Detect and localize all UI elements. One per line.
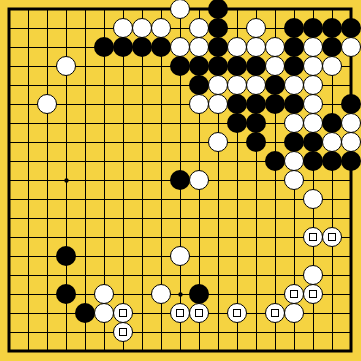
empty-intersection[interactable] [152, 209, 171, 228]
black-stone[interactable] [285, 19, 304, 38]
empty-intersection[interactable] [209, 228, 228, 247]
black-stone[interactable] [190, 285, 209, 304]
empty-intersection[interactable] [171, 323, 190, 342]
white-stone-marked[interactable] [266, 304, 285, 323]
empty-intersection[interactable] [266, 323, 285, 342]
empty-intersection[interactable] [171, 76, 190, 95]
black-stone[interactable] [323, 114, 342, 133]
empty-intersection[interactable] [57, 38, 76, 57]
white-stone[interactable] [304, 76, 323, 95]
white-stone[interactable] [304, 190, 323, 209]
white-stone-marked[interactable] [323, 228, 342, 247]
empty-intersection[interactable] [266, 285, 285, 304]
empty-intersection[interactable] [133, 228, 152, 247]
empty-intersection[interactable] [57, 190, 76, 209]
empty-intersection[interactable] [19, 323, 38, 342]
empty-intersection[interactable] [76, 133, 95, 152]
black-stone[interactable] [323, 19, 342, 38]
empty-intersection[interactable] [152, 152, 171, 171]
empty-intersection[interactable] [76, 323, 95, 342]
empty-intersection[interactable] [247, 304, 266, 323]
empty-intersection[interactable] [285, 209, 304, 228]
empty-intersection[interactable] [247, 323, 266, 342]
empty-intersection[interactable] [114, 152, 133, 171]
empty-intersection[interactable] [114, 247, 133, 266]
empty-intersection[interactable] [38, 19, 57, 38]
empty-intersection[interactable] [285, 228, 304, 247]
empty-intersection[interactable] [95, 57, 114, 76]
empty-intersection[interactable] [228, 342, 247, 361]
empty-intersection[interactable] [19, 114, 38, 133]
empty-intersection[interactable] [19, 76, 38, 95]
empty-intersection[interactable] [133, 95, 152, 114]
empty-intersection[interactable] [209, 266, 228, 285]
white-stone[interactable] [190, 95, 209, 114]
empty-intersection[interactable] [0, 133, 19, 152]
empty-intersection[interactable] [190, 247, 209, 266]
empty-intersection[interactable] [247, 228, 266, 247]
empty-intersection[interactable] [95, 171, 114, 190]
empty-intersection[interactable] [152, 57, 171, 76]
empty-intersection[interactable] [0, 38, 19, 57]
empty-intersection[interactable] [114, 171, 133, 190]
empty-intersection[interactable] [57, 152, 76, 171]
black-stone[interactable] [95, 38, 114, 57]
empty-intersection[interactable] [76, 0, 95, 19]
white-stone[interactable] [304, 57, 323, 76]
empty-intersection[interactable] [95, 133, 114, 152]
black-stone[interactable] [114, 38, 133, 57]
empty-intersection[interactable] [133, 190, 152, 209]
empty-intersection[interactable] [190, 342, 209, 361]
white-stone[interactable] [304, 38, 323, 57]
black-stone[interactable] [304, 133, 323, 152]
empty-intersection[interactable] [228, 323, 247, 342]
empty-intersection[interactable] [266, 133, 285, 152]
empty-intersection[interactable] [76, 247, 95, 266]
empty-intersection[interactable] [285, 190, 304, 209]
empty-intersection[interactable] [76, 114, 95, 133]
empty-intersection[interactable] [266, 266, 285, 285]
empty-intersection[interactable] [19, 266, 38, 285]
empty-intersection[interactable] [190, 266, 209, 285]
black-stone[interactable] [133, 38, 152, 57]
black-stone[interactable] [190, 57, 209, 76]
empty-intersection[interactable] [152, 304, 171, 323]
empty-intersection[interactable] [304, 0, 323, 19]
empty-intersection[interactable] [38, 304, 57, 323]
empty-intersection[interactable] [285, 323, 304, 342]
empty-intersection[interactable] [57, 114, 76, 133]
empty-intersection[interactable] [76, 190, 95, 209]
empty-intersection[interactable] [247, 247, 266, 266]
empty-intersection[interactable] [95, 190, 114, 209]
empty-intersection[interactable] [209, 171, 228, 190]
empty-intersection[interactable] [323, 285, 342, 304]
empty-intersection[interactable] [38, 285, 57, 304]
empty-intersection[interactable] [95, 0, 114, 19]
white-stone[interactable] [228, 76, 247, 95]
white-stone[interactable] [209, 133, 228, 152]
empty-intersection[interactable] [209, 323, 228, 342]
empty-intersection[interactable] [95, 152, 114, 171]
empty-intersection[interactable] [57, 171, 76, 190]
empty-intersection[interactable] [19, 304, 38, 323]
empty-intersection[interactable] [152, 114, 171, 133]
empty-intersection[interactable] [38, 228, 57, 247]
empty-intersection[interactable] [19, 190, 38, 209]
empty-intersection[interactable] [95, 228, 114, 247]
empty-intersection[interactable] [38, 247, 57, 266]
empty-intersection[interactable] [152, 95, 171, 114]
empty-intersection[interactable] [171, 228, 190, 247]
empty-intersection[interactable] [133, 133, 152, 152]
white-stone[interactable] [190, 171, 209, 190]
empty-intersection[interactable] [342, 323, 361, 342]
empty-intersection[interactable] [266, 114, 285, 133]
empty-intersection[interactable] [114, 190, 133, 209]
empty-intersection[interactable] [304, 304, 323, 323]
empty-intersection[interactable] [228, 0, 247, 19]
empty-intersection[interactable] [38, 114, 57, 133]
empty-intersection[interactable] [76, 19, 95, 38]
empty-intersection[interactable] [114, 228, 133, 247]
white-stone-marked[interactable] [114, 323, 133, 342]
white-stone[interactable] [95, 285, 114, 304]
empty-intersection[interactable] [114, 114, 133, 133]
empty-intersection[interactable] [133, 209, 152, 228]
empty-intersection[interactable] [323, 342, 342, 361]
empty-intersection[interactable] [152, 190, 171, 209]
black-stone[interactable] [266, 76, 285, 95]
black-stone[interactable] [247, 114, 266, 133]
empty-intersection[interactable] [342, 304, 361, 323]
white-stone-marked[interactable] [304, 228, 323, 247]
black-stone[interactable] [57, 247, 76, 266]
empty-intersection[interactable] [57, 76, 76, 95]
empty-intersection[interactable] [114, 57, 133, 76]
empty-intersection[interactable] [38, 171, 57, 190]
black-stone[interactable] [228, 114, 247, 133]
empty-intersection[interactable] [266, 342, 285, 361]
empty-intersection[interactable] [247, 266, 266, 285]
white-stone-marked[interactable] [171, 304, 190, 323]
white-stone[interactable] [247, 76, 266, 95]
empty-intersection[interactable] [38, 209, 57, 228]
empty-intersection[interactable] [19, 342, 38, 361]
empty-intersection[interactable] [0, 152, 19, 171]
empty-intersection[interactable] [0, 323, 19, 342]
empty-intersection[interactable] [342, 76, 361, 95]
empty-intersection[interactable] [19, 38, 38, 57]
empty-intersection[interactable] [0, 76, 19, 95]
black-stone[interactable] [285, 95, 304, 114]
empty-intersection[interactable] [247, 152, 266, 171]
black-stone[interactable] [228, 95, 247, 114]
empty-intersection[interactable] [285, 266, 304, 285]
empty-intersection[interactable] [285, 0, 304, 19]
white-stone-marked[interactable] [190, 304, 209, 323]
white-stone[interactable] [304, 114, 323, 133]
empty-intersection[interactable] [190, 114, 209, 133]
empty-intersection[interactable] [152, 171, 171, 190]
white-stone[interactable] [190, 38, 209, 57]
empty-intersection[interactable] [342, 228, 361, 247]
black-stone[interactable] [209, 0, 228, 19]
empty-intersection[interactable] [133, 323, 152, 342]
white-stone-marked[interactable] [228, 304, 247, 323]
empty-intersection[interactable] [171, 152, 190, 171]
empty-intersection[interactable] [304, 247, 323, 266]
empty-intersection[interactable] [38, 342, 57, 361]
empty-intersection[interactable] [342, 266, 361, 285]
white-stone[interactable] [342, 114, 361, 133]
empty-intersection[interactable] [304, 323, 323, 342]
black-stone[interactable] [209, 19, 228, 38]
empty-intersection[interactable] [285, 342, 304, 361]
white-stone[interactable] [266, 57, 285, 76]
white-stone[interactable] [209, 95, 228, 114]
empty-intersection[interactable] [209, 114, 228, 133]
white-stone[interactable] [342, 133, 361, 152]
empty-intersection[interactable] [95, 19, 114, 38]
empty-intersection[interactable] [228, 266, 247, 285]
empty-intersection[interactable] [38, 76, 57, 95]
empty-intersection[interactable] [19, 19, 38, 38]
empty-intersection[interactable] [38, 0, 57, 19]
white-stone[interactable] [57, 57, 76, 76]
empty-intersection[interactable] [57, 304, 76, 323]
empty-intersection[interactable] [266, 171, 285, 190]
empty-intersection[interactable] [323, 190, 342, 209]
empty-intersection[interactable] [342, 57, 361, 76]
empty-intersection[interactable] [133, 152, 152, 171]
empty-intersection[interactable] [190, 0, 209, 19]
empty-intersection[interactable] [247, 0, 266, 19]
empty-intersection[interactable] [95, 323, 114, 342]
empty-intersection[interactable] [57, 228, 76, 247]
black-stone[interactable] [285, 38, 304, 57]
empty-intersection[interactable] [38, 57, 57, 76]
empty-intersection[interactable] [171, 342, 190, 361]
empty-intersection[interactable] [228, 209, 247, 228]
black-stone[interactable] [304, 19, 323, 38]
empty-intersection[interactable] [95, 247, 114, 266]
empty-intersection[interactable] [76, 152, 95, 171]
empty-intersection[interactable] [114, 0, 133, 19]
empty-intersection[interactable] [228, 228, 247, 247]
empty-intersection[interactable] [0, 247, 19, 266]
white-stone[interactable] [152, 285, 171, 304]
white-stone-marked[interactable] [114, 304, 133, 323]
empty-intersection[interactable] [76, 171, 95, 190]
empty-intersection[interactable] [323, 76, 342, 95]
black-stone[interactable] [171, 171, 190, 190]
empty-intersection[interactable] [323, 209, 342, 228]
empty-intersection[interactable] [209, 304, 228, 323]
empty-intersection[interactable] [209, 152, 228, 171]
empty-intersection[interactable] [57, 133, 76, 152]
white-stone[interactable] [247, 38, 266, 57]
empty-intersection[interactable] [323, 304, 342, 323]
empty-intersection[interactable] [342, 209, 361, 228]
empty-intersection[interactable] [209, 285, 228, 304]
empty-intersection[interactable] [19, 0, 38, 19]
empty-intersection[interactable] [171, 285, 190, 304]
empty-intersection[interactable] [171, 266, 190, 285]
white-stone[interactable] [285, 171, 304, 190]
empty-intersection[interactable] [209, 209, 228, 228]
empty-intersection[interactable] [0, 209, 19, 228]
white-stone[interactable] [190, 19, 209, 38]
empty-intersection[interactable] [247, 171, 266, 190]
empty-intersection[interactable] [190, 133, 209, 152]
empty-intersection[interactable] [133, 57, 152, 76]
black-stone[interactable] [209, 57, 228, 76]
white-stone-marked[interactable] [285, 285, 304, 304]
empty-intersection[interactable] [190, 152, 209, 171]
white-stone[interactable] [285, 152, 304, 171]
empty-intersection[interactable] [266, 209, 285, 228]
empty-intersection[interactable] [152, 133, 171, 152]
empty-intersection[interactable] [133, 285, 152, 304]
empty-intersection[interactable] [95, 114, 114, 133]
empty-intersection[interactable] [19, 228, 38, 247]
black-stone[interactable] [228, 57, 247, 76]
white-stone[interactable] [285, 76, 304, 95]
empty-intersection[interactable] [133, 266, 152, 285]
empty-intersection[interactable] [0, 57, 19, 76]
empty-intersection[interactable] [171, 133, 190, 152]
empty-intersection[interactable] [57, 342, 76, 361]
black-stone[interactable] [152, 38, 171, 57]
white-stone[interactable] [342, 38, 361, 57]
white-stone[interactable] [95, 304, 114, 323]
empty-intersection[interactable] [152, 76, 171, 95]
empty-intersection[interactable] [266, 228, 285, 247]
black-stone[interactable] [323, 152, 342, 171]
empty-intersection[interactable] [114, 285, 133, 304]
empty-intersection[interactable] [19, 95, 38, 114]
empty-intersection[interactable] [19, 152, 38, 171]
white-stone[interactable] [38, 95, 57, 114]
white-stone[interactable] [171, 38, 190, 57]
empty-intersection[interactable] [228, 171, 247, 190]
white-stone-marked[interactable] [304, 285, 323, 304]
empty-intersection[interactable] [171, 95, 190, 114]
empty-intersection[interactable] [152, 228, 171, 247]
black-stone[interactable] [57, 285, 76, 304]
empty-intersection[interactable] [114, 133, 133, 152]
empty-intersection[interactable] [76, 209, 95, 228]
empty-intersection[interactable] [323, 247, 342, 266]
empty-intersection[interactable] [76, 285, 95, 304]
white-stone[interactable] [304, 266, 323, 285]
empty-intersection[interactable] [0, 0, 19, 19]
empty-intersection[interactable] [19, 247, 38, 266]
black-stone[interactable] [209, 38, 228, 57]
black-stone[interactable] [285, 57, 304, 76]
empty-intersection[interactable] [266, 0, 285, 19]
empty-intersection[interactable] [342, 0, 361, 19]
empty-intersection[interactable] [76, 266, 95, 285]
empty-intersection[interactable] [19, 133, 38, 152]
empty-intersection[interactable] [342, 190, 361, 209]
empty-intersection[interactable] [57, 209, 76, 228]
white-stone[interactable] [209, 76, 228, 95]
empty-intersection[interactable] [171, 114, 190, 133]
empty-intersection[interactable] [57, 266, 76, 285]
empty-intersection[interactable] [76, 228, 95, 247]
empty-intersection[interactable] [38, 152, 57, 171]
white-stone[interactable] [247, 19, 266, 38]
empty-intersection[interactable] [342, 285, 361, 304]
white-stone[interactable] [304, 95, 323, 114]
white-stone[interactable] [285, 114, 304, 133]
black-stone[interactable] [323, 38, 342, 57]
empty-intersection[interactable] [114, 95, 133, 114]
empty-intersection[interactable] [133, 76, 152, 95]
empty-intersection[interactable] [323, 266, 342, 285]
white-stone[interactable] [323, 133, 342, 152]
empty-intersection[interactable] [152, 266, 171, 285]
empty-intersection[interactable] [285, 247, 304, 266]
empty-intersection[interactable] [342, 247, 361, 266]
white-stone[interactable] [152, 19, 171, 38]
empty-intersection[interactable] [190, 228, 209, 247]
empty-intersection[interactable] [266, 190, 285, 209]
empty-intersection[interactable] [95, 266, 114, 285]
empty-intersection[interactable] [152, 0, 171, 19]
empty-intersection[interactable] [209, 247, 228, 266]
empty-intersection[interactable] [266, 19, 285, 38]
empty-intersection[interactable] [38, 190, 57, 209]
empty-intersection[interactable] [323, 171, 342, 190]
white-stone[interactable] [266, 38, 285, 57]
empty-intersection[interactable] [38, 266, 57, 285]
white-stone[interactable] [133, 19, 152, 38]
empty-intersection[interactable] [95, 209, 114, 228]
empty-intersection[interactable] [152, 247, 171, 266]
black-stone[interactable] [266, 152, 285, 171]
empty-intersection[interactable] [342, 342, 361, 361]
black-stone[interactable] [342, 95, 361, 114]
empty-intersection[interactable] [76, 342, 95, 361]
black-stone[interactable] [76, 304, 95, 323]
empty-intersection[interactable] [114, 266, 133, 285]
empty-intersection[interactable] [0, 304, 19, 323]
empty-intersection[interactable] [190, 209, 209, 228]
empty-intersection[interactable] [190, 190, 209, 209]
empty-intersection[interactable] [342, 171, 361, 190]
empty-intersection[interactable] [0, 19, 19, 38]
empty-intersection[interactable] [323, 0, 342, 19]
empty-intersection[interactable] [133, 171, 152, 190]
empty-intersection[interactable] [133, 0, 152, 19]
black-stone[interactable] [285, 133, 304, 152]
black-stone[interactable] [171, 57, 190, 76]
empty-intersection[interactable] [190, 323, 209, 342]
empty-intersection[interactable] [38, 323, 57, 342]
empty-intersection[interactable] [323, 95, 342, 114]
empty-intersection[interactable] [95, 95, 114, 114]
empty-intersection[interactable] [247, 285, 266, 304]
empty-intersection[interactable] [171, 19, 190, 38]
empty-intersection[interactable] [247, 209, 266, 228]
black-stone[interactable] [247, 133, 266, 152]
empty-intersection[interactable] [228, 133, 247, 152]
black-stone[interactable] [190, 76, 209, 95]
